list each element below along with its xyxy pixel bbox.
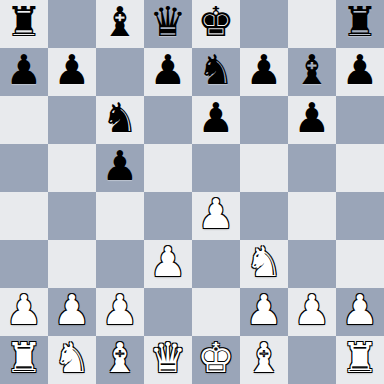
square-d4[interactable]	[144, 192, 192, 240]
square-h7[interactable]: ♟	[336, 48, 384, 96]
square-d1[interactable]: ♛	[144, 336, 192, 384]
square-a7[interactable]: ♟	[0, 48, 48, 96]
square-c3[interactable]	[96, 240, 144, 288]
square-f8[interactable]	[240, 0, 288, 48]
square-b2[interactable]: ♟	[48, 288, 96, 336]
square-d7[interactable]: ♟	[144, 48, 192, 96]
square-g6[interactable]: ♟	[288, 96, 336, 144]
black-king[interactable]: ♚	[198, 0, 235, 46]
white-rook[interactable]: ♜	[342, 336, 379, 382]
square-c5[interactable]: ♟	[96, 144, 144, 192]
white-knight[interactable]: ♞	[54, 336, 91, 382]
square-c1[interactable]: ♝	[96, 336, 144, 384]
square-b1[interactable]: ♞	[48, 336, 96, 384]
square-f7[interactable]: ♟	[240, 48, 288, 96]
square-a4[interactable]	[0, 192, 48, 240]
white-pawn[interactable]: ♟	[54, 288, 91, 334]
square-e4[interactable]: ♟	[192, 192, 240, 240]
white-pawn[interactable]: ♟	[342, 288, 379, 334]
white-knight[interactable]: ♞	[246, 240, 283, 286]
black-knight[interactable]: ♞	[102, 96, 139, 142]
square-e1[interactable]: ♚	[192, 336, 240, 384]
black-pawn[interactable]: ♟	[150, 48, 187, 94]
square-c7[interactable]	[96, 48, 144, 96]
chess-board: ♜♝♛♚♜♟♟♟♞♟♝♟♞♟♟♟♟♟♞♟♟♟♟♟♟♜♞♝♛♚♝♜	[0, 0, 384, 384]
black-pawn[interactable]: ♟	[342, 48, 379, 94]
square-h2[interactable]: ♟	[336, 288, 384, 336]
square-f3[interactable]: ♞	[240, 240, 288, 288]
white-rook[interactable]: ♜	[6, 336, 43, 382]
black-pawn[interactable]: ♟	[198, 96, 235, 142]
white-pawn[interactable]: ♟	[198, 192, 235, 238]
square-g2[interactable]: ♟	[288, 288, 336, 336]
square-h4[interactable]	[336, 192, 384, 240]
black-pawn[interactable]: ♟	[102, 144, 139, 190]
square-h8[interactable]: ♜	[336, 0, 384, 48]
square-a8[interactable]: ♜	[0, 0, 48, 48]
square-g1[interactable]	[288, 336, 336, 384]
square-b5[interactable]	[48, 144, 96, 192]
white-pawn[interactable]: ♟	[6, 288, 43, 334]
black-pawn[interactable]: ♟	[246, 48, 283, 94]
square-f2[interactable]: ♟	[240, 288, 288, 336]
square-d2[interactable]	[144, 288, 192, 336]
square-g5[interactable]	[288, 144, 336, 192]
white-bishop[interactable]: ♝	[246, 336, 283, 382]
square-h5[interactable]	[336, 144, 384, 192]
square-a2[interactable]: ♟	[0, 288, 48, 336]
square-d5[interactable]	[144, 144, 192, 192]
white-pawn[interactable]: ♟	[102, 288, 139, 334]
square-a3[interactable]	[0, 240, 48, 288]
square-d3[interactable]: ♟	[144, 240, 192, 288]
black-knight[interactable]: ♞	[198, 48, 235, 94]
square-d8[interactable]: ♛	[144, 0, 192, 48]
chess-board-container: ♜♝♛♚♜♟♟♟♞♟♝♟♞♟♟♟♟♟♞♟♟♟♟♟♟♜♞♝♛♚♝♜	[0, 0, 384, 384]
square-h1[interactable]: ♜	[336, 336, 384, 384]
square-f1[interactable]: ♝	[240, 336, 288, 384]
square-c4[interactable]	[96, 192, 144, 240]
square-b6[interactable]	[48, 96, 96, 144]
square-a6[interactable]	[0, 96, 48, 144]
square-a5[interactable]	[0, 144, 48, 192]
square-e5[interactable]	[192, 144, 240, 192]
square-g3[interactable]	[288, 240, 336, 288]
black-rook[interactable]: ♜	[342, 0, 379, 46]
square-e2[interactable]	[192, 288, 240, 336]
square-e6[interactable]: ♟	[192, 96, 240, 144]
square-g4[interactable]	[288, 192, 336, 240]
white-king[interactable]: ♚	[198, 336, 235, 382]
black-pawn[interactable]: ♟	[54, 48, 91, 94]
square-h3[interactable]	[336, 240, 384, 288]
black-bishop[interactable]: ♝	[294, 48, 331, 94]
square-f6[interactable]	[240, 96, 288, 144]
square-b4[interactable]	[48, 192, 96, 240]
square-c6[interactable]: ♞	[96, 96, 144, 144]
square-e3[interactable]	[192, 240, 240, 288]
white-pawn[interactable]: ♟	[150, 240, 187, 286]
square-c2[interactable]: ♟	[96, 288, 144, 336]
white-pawn[interactable]: ♟	[246, 288, 283, 334]
black-bishop[interactable]: ♝	[102, 0, 139, 46]
white-bishop[interactable]: ♝	[102, 336, 139, 382]
white-pawn[interactable]: ♟	[294, 288, 331, 334]
square-c8[interactable]: ♝	[96, 0, 144, 48]
square-b8[interactable]	[48, 0, 96, 48]
black-pawn[interactable]: ♟	[294, 96, 331, 142]
square-g7[interactable]: ♝	[288, 48, 336, 96]
square-d6[interactable]	[144, 96, 192, 144]
black-pawn[interactable]: ♟	[6, 48, 43, 94]
square-h6[interactable]	[336, 96, 384, 144]
black-rook[interactable]: ♜	[6, 0, 43, 46]
black-queen[interactable]: ♛	[150, 0, 187, 46]
white-queen[interactable]: ♛	[150, 336, 187, 382]
square-f4[interactable]	[240, 192, 288, 240]
square-g8[interactable]	[288, 0, 336, 48]
square-b7[interactable]: ♟	[48, 48, 96, 96]
square-e7[interactable]: ♞	[192, 48, 240, 96]
square-a1[interactable]: ♜	[0, 336, 48, 384]
square-f5[interactable]	[240, 144, 288, 192]
square-b3[interactable]	[48, 240, 96, 288]
square-e8[interactable]: ♚	[192, 0, 240, 48]
